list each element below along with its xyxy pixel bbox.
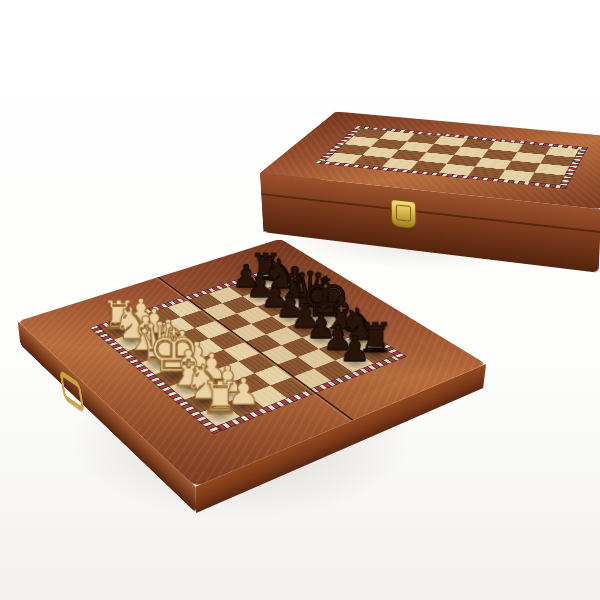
black-pawn-glyph: ♟ <box>313 331 395 366</box>
product-photo-chess-set: { "game": "chess", "product": { "open_bo… <box>0 0 600 600</box>
white-rook-glyph: ♜ <box>176 375 264 419</box>
board-brass-clasp-icon <box>59 369 84 413</box>
open-chessboard: ♜♞♝♛♚♝♞♜♟♟♟♟♟♟♟♟♟♟♟♟♟♟♟♟♜♞♝♛♚♝♞♜ <box>18 239 486 487</box>
chess-grid: ♜♞♝♛♚♝♞♜♟♟♟♟♟♟♟♟♟♟♟♟♟♟♟♟♜♞♝♛♚♝♞♜ <box>101 274 394 426</box>
open-board-scene: ♜♞♝♛♚♝♞♜♟♟♟♟♟♟♟♟♟♟♟♟♟♟♟♟♜♞♝♛♚♝♞♜ <box>0 0 600 600</box>
